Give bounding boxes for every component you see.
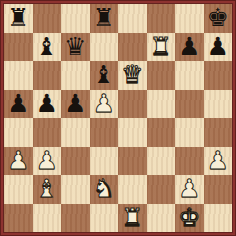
square-g5[interactable]	[175, 90, 204, 119]
chess-board: ♜♜♚♝♛♜♟♟♝♛♟♟♟♟♟♟♟♝♞♟♜♚	[4, 4, 232, 232]
square-g3[interactable]	[175, 147, 204, 176]
square-e5[interactable]	[118, 90, 147, 119]
square-h3[interactable]: ♟	[204, 147, 233, 176]
square-f8[interactable]	[147, 4, 176, 33]
square-d3[interactable]	[90, 147, 119, 176]
square-a5[interactable]: ♟	[4, 90, 33, 119]
white-rook: ♜	[121, 204, 143, 233]
black-rook: ♜	[93, 4, 115, 33]
white-bishop: ♝	[36, 175, 58, 204]
black-rook: ♜	[7, 4, 29, 33]
square-g6[interactable]	[175, 61, 204, 90]
square-h6[interactable]	[204, 61, 233, 90]
square-f6[interactable]	[147, 61, 176, 90]
square-h8[interactable]: ♚	[204, 4, 233, 33]
square-e8[interactable]	[118, 4, 147, 33]
square-f5[interactable]	[147, 90, 176, 119]
square-c8[interactable]	[61, 4, 90, 33]
square-d8[interactable]: ♜	[90, 4, 119, 33]
white-king: ♚	[178, 204, 200, 233]
square-h1[interactable]	[204, 204, 233, 233]
square-h2[interactable]	[204, 175, 233, 204]
square-g1[interactable]: ♚	[175, 204, 204, 233]
square-b7[interactable]: ♝	[33, 33, 62, 62]
square-a4[interactable]	[4, 118, 33, 147]
square-e7[interactable]	[118, 33, 147, 62]
square-b4[interactable]	[33, 118, 62, 147]
white-pawn: ♟	[7, 147, 29, 176]
square-f7[interactable]: ♜	[147, 33, 176, 62]
square-b2[interactable]: ♝	[33, 175, 62, 204]
square-f2[interactable]	[147, 175, 176, 204]
square-e6[interactable]: ♛	[118, 61, 147, 90]
white-pawn: ♟	[36, 147, 58, 176]
black-bishop: ♝	[36, 33, 58, 62]
square-c4[interactable]	[61, 118, 90, 147]
square-c1[interactable]	[61, 204, 90, 233]
square-b1[interactable]	[33, 204, 62, 233]
square-a7[interactable]	[4, 33, 33, 62]
square-a1[interactable]	[4, 204, 33, 233]
black-queen: ♛	[64, 33, 86, 62]
square-a8[interactable]: ♜	[4, 4, 33, 33]
white-pawn: ♟	[93, 90, 115, 119]
square-e4[interactable]	[118, 118, 147, 147]
square-c7[interactable]: ♛	[61, 33, 90, 62]
black-king: ♚	[207, 4, 229, 33]
square-g7[interactable]: ♟	[175, 33, 204, 62]
white-rook: ♜	[150, 33, 172, 62]
square-c5[interactable]: ♟	[61, 90, 90, 119]
square-a6[interactable]	[4, 61, 33, 90]
square-c3[interactable]	[61, 147, 90, 176]
square-g8[interactable]	[175, 4, 204, 33]
square-d6[interactable]: ♝	[90, 61, 119, 90]
square-b6[interactable]	[33, 61, 62, 90]
black-pawn: ♟	[64, 90, 86, 119]
square-d5[interactable]: ♟	[90, 90, 119, 119]
black-pawn: ♟	[178, 33, 200, 62]
square-b8[interactable]	[33, 4, 62, 33]
square-h4[interactable]	[204, 118, 233, 147]
square-a2[interactable]	[4, 175, 33, 204]
black-pawn: ♟	[7, 90, 29, 119]
square-f4[interactable]	[147, 118, 176, 147]
square-c2[interactable]	[61, 175, 90, 204]
square-f3[interactable]	[147, 147, 176, 176]
square-h7[interactable]: ♟	[204, 33, 233, 62]
square-b3[interactable]: ♟	[33, 147, 62, 176]
square-e3[interactable]	[118, 147, 147, 176]
square-e1[interactable]: ♜	[118, 204, 147, 233]
black-pawn: ♟	[36, 90, 58, 119]
square-d4[interactable]	[90, 118, 119, 147]
square-d7[interactable]	[90, 33, 119, 62]
square-g4[interactable]	[175, 118, 204, 147]
square-g2[interactable]: ♟	[175, 175, 204, 204]
square-b5[interactable]: ♟	[33, 90, 62, 119]
square-f1[interactable]	[147, 204, 176, 233]
white-pawn: ♟	[207, 147, 229, 176]
square-c6[interactable]	[61, 61, 90, 90]
board-frame: ♜♜♚♝♛♜♟♟♝♛♟♟♟♟♟♟♟♝♞♟♜♚	[0, 0, 236, 236]
square-h5[interactable]	[204, 90, 233, 119]
square-a3[interactable]: ♟	[4, 147, 33, 176]
white-pawn: ♟	[178, 175, 200, 204]
square-e2[interactable]	[118, 175, 147, 204]
white-knight: ♞	[93, 175, 115, 204]
white-queen: ♛	[121, 61, 143, 90]
black-pawn: ♟	[207, 33, 229, 62]
square-d1[interactable]	[90, 204, 119, 233]
square-d2[interactable]: ♞	[90, 175, 119, 204]
black-bishop: ♝	[93, 61, 115, 90]
